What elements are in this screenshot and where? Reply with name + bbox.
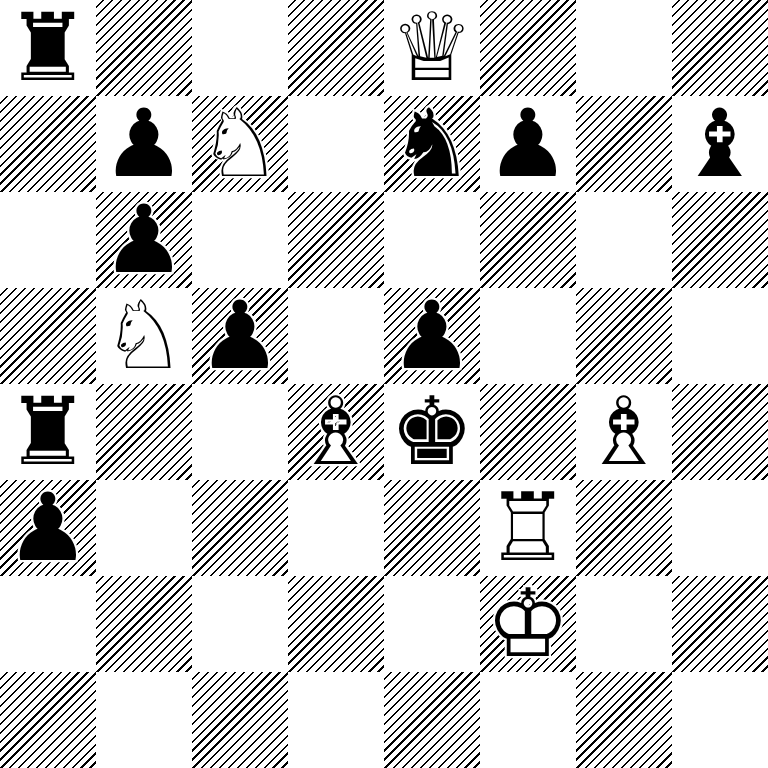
square-b8[interactable]	[96, 0, 192, 96]
square-d2[interactable]	[288, 576, 384, 672]
square-g8[interactable]	[576, 0, 672, 96]
square-d6[interactable]	[288, 192, 384, 288]
square-f7[interactable]: ♟♟	[480, 96, 576, 192]
square-a7[interactable]	[0, 96, 96, 192]
white-bishop-glyph: ♗	[288, 384, 384, 480]
square-g7[interactable]	[576, 96, 672, 192]
piece-white-king-f2[interactable]: ♚♔	[480, 576, 576, 672]
black-pawn-glyph: ♟	[384, 288, 480, 384]
piece-black-king-e4[interactable]: ♚♚	[384, 384, 480, 480]
square-c2[interactable]	[192, 576, 288, 672]
black-bishop-glyph: ♝	[672, 96, 768, 192]
square-h3[interactable]	[672, 480, 768, 576]
square-c7[interactable]: ♞♘	[192, 96, 288, 192]
black-rook-glyph: ♜	[0, 0, 96, 96]
square-e5[interactable]: ♟♟	[384, 288, 480, 384]
square-f1[interactable]	[480, 672, 576, 768]
square-c5[interactable]: ♟♟	[192, 288, 288, 384]
piece-black-pawn-b6[interactable]: ♟♟	[96, 192, 192, 288]
square-a5[interactable]	[0, 288, 96, 384]
black-pawn-glyph: ♟	[0, 480, 96, 576]
square-f2[interactable]: ♚♔	[480, 576, 576, 672]
piece-black-rook-a4[interactable]: ♜♜	[0, 384, 96, 480]
square-a3[interactable]: ♟♟	[0, 480, 96, 576]
white-bishop-glyph: ♗	[576, 384, 672, 480]
piece-black-knight-e7[interactable]: ♞♞	[384, 96, 480, 192]
square-e8[interactable]: ♛♕	[384, 0, 480, 96]
square-h1[interactable]	[672, 672, 768, 768]
black-pawn-glyph: ♟	[96, 96, 192, 192]
square-h7[interactable]: ♝♝	[672, 96, 768, 192]
square-h4[interactable]	[672, 384, 768, 480]
square-f3[interactable]: ♜♖	[480, 480, 576, 576]
square-f8[interactable]	[480, 0, 576, 96]
black-pawn-glyph: ♟	[192, 288, 288, 384]
piece-white-knight-b5[interactable]: ♞♘	[96, 288, 192, 384]
square-d4[interactable]: ♝♗	[288, 384, 384, 480]
white-knight-glyph: ♘	[96, 288, 192, 384]
square-e7[interactable]: ♞♞	[384, 96, 480, 192]
white-knight-glyph: ♘	[192, 96, 288, 192]
square-h2[interactable]	[672, 576, 768, 672]
piece-black-rook-a8[interactable]: ♜♜	[0, 0, 96, 96]
black-rook-glyph: ♜	[0, 384, 96, 480]
square-e3[interactable]	[384, 480, 480, 576]
square-b1[interactable]	[96, 672, 192, 768]
piece-black-pawn-f7[interactable]: ♟♟	[480, 96, 576, 192]
piece-black-pawn-a3[interactable]: ♟♟	[0, 480, 96, 576]
square-c8[interactable]	[192, 0, 288, 96]
square-d1[interactable]	[288, 672, 384, 768]
square-d3[interactable]	[288, 480, 384, 576]
black-king-glyph: ♚	[384, 384, 480, 480]
piece-white-knight-c7[interactable]: ♞♘	[192, 96, 288, 192]
square-b7[interactable]: ♟♟	[96, 96, 192, 192]
square-h5[interactable]	[672, 288, 768, 384]
piece-black-bishop-h7[interactable]: ♝♝	[672, 96, 768, 192]
piece-black-pawn-e5[interactable]: ♟♟	[384, 288, 480, 384]
black-pawn-glyph: ♟	[96, 192, 192, 288]
square-a6[interactable]	[0, 192, 96, 288]
square-g5[interactable]	[576, 288, 672, 384]
square-b3[interactable]	[96, 480, 192, 576]
square-g2[interactable]	[576, 576, 672, 672]
square-b5[interactable]: ♞♘	[96, 288, 192, 384]
white-queen-glyph: ♕	[384, 0, 480, 96]
piece-white-bishop-g4[interactable]: ♝♗	[576, 384, 672, 480]
square-a8[interactable]: ♜♜	[0, 0, 96, 96]
square-g6[interactable]	[576, 192, 672, 288]
square-b6[interactable]: ♟♟	[96, 192, 192, 288]
square-d7[interactable]	[288, 96, 384, 192]
square-g3[interactable]	[576, 480, 672, 576]
square-e6[interactable]	[384, 192, 480, 288]
square-d8[interactable]	[288, 0, 384, 96]
square-b4[interactable]	[96, 384, 192, 480]
square-e2[interactable]	[384, 576, 480, 672]
square-a2[interactable]	[0, 576, 96, 672]
square-b2[interactable]	[96, 576, 192, 672]
piece-black-pawn-c5[interactable]: ♟♟	[192, 288, 288, 384]
square-f4[interactable]	[480, 384, 576, 480]
square-a1[interactable]	[0, 672, 96, 768]
square-c4[interactable]	[192, 384, 288, 480]
square-c1[interactable]	[192, 672, 288, 768]
piece-white-bishop-d4[interactable]: ♝♗	[288, 384, 384, 480]
black-knight-glyph: ♞	[384, 96, 480, 192]
square-d5[interactable]	[288, 288, 384, 384]
piece-white-queen-e8[interactable]: ♛♕	[384, 0, 480, 96]
black-pawn-glyph: ♟	[480, 96, 576, 192]
square-h6[interactable]	[672, 192, 768, 288]
square-f5[interactable]	[480, 288, 576, 384]
square-h8[interactable]	[672, 0, 768, 96]
square-a4[interactable]: ♜♜	[0, 384, 96, 480]
chess-board: ♜♜♛♕♟♟♞♘♞♞♟♟♝♝♟♟♞♘♟♟♟♟♜♜♝♗♚♚♝♗♟♟♜♖♚♔	[0, 0, 768, 768]
square-f6[interactable]	[480, 192, 576, 288]
white-rook-glyph: ♖	[480, 480, 576, 576]
piece-white-rook-f3[interactable]: ♜♖	[480, 480, 576, 576]
square-e4[interactable]: ♚♚	[384, 384, 480, 480]
square-g1[interactable]	[576, 672, 672, 768]
square-c3[interactable]	[192, 480, 288, 576]
white-king-glyph: ♔	[480, 576, 576, 672]
square-e1[interactable]	[384, 672, 480, 768]
square-g4[interactable]: ♝♗	[576, 384, 672, 480]
piece-black-pawn-b7[interactable]: ♟♟	[96, 96, 192, 192]
square-c6[interactable]	[192, 192, 288, 288]
